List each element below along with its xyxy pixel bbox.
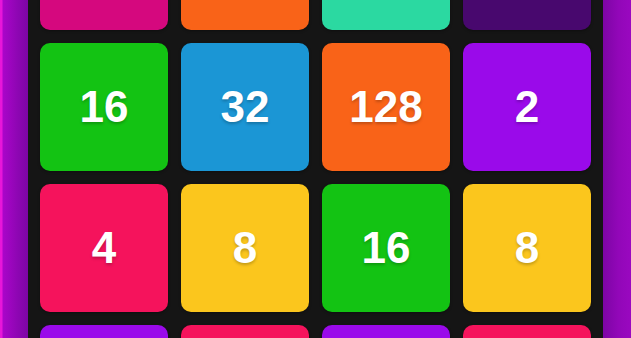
tile-r0c3-dark-purple[interactable] — [463, 0, 591, 30]
board-grid[interactable]: 1632128248168 — [28, 0, 603, 338]
tile-r2c1-value-8[interactable]: 8 — [181, 184, 309, 312]
tile-r3c2-purple[interactable] — [322, 325, 450, 338]
tile-r3c0-purple[interactable] — [40, 325, 168, 338]
tile-r1c3-value-2[interactable]: 2 — [463, 43, 591, 171]
left-frame-border — [0, 0, 28, 338]
tile-r3c1-crimson[interactable] — [181, 325, 309, 338]
tile-r0c0-magenta[interactable] — [40, 0, 168, 30]
tile-r2c0-value-4[interactable]: 4 — [40, 184, 168, 312]
tile-r1c0-value-16[interactable]: 16 — [40, 43, 168, 171]
tile-r0c1-orange[interactable] — [181, 0, 309, 30]
tile-r1c1-value-32[interactable]: 32 — [181, 43, 309, 171]
right-frame-border — [603, 0, 631, 338]
tile-r1c2-value-128[interactable]: 128 — [322, 43, 450, 171]
tile-r2c3-value-8[interactable]: 8 — [463, 184, 591, 312]
game-area: 1632128248168 — [28, 0, 603, 338]
tile-r3c3-crimson[interactable] — [463, 325, 591, 338]
tile-r2c2-value-16[interactable]: 16 — [322, 184, 450, 312]
tile-r0c2-teal[interactable] — [322, 0, 450, 30]
